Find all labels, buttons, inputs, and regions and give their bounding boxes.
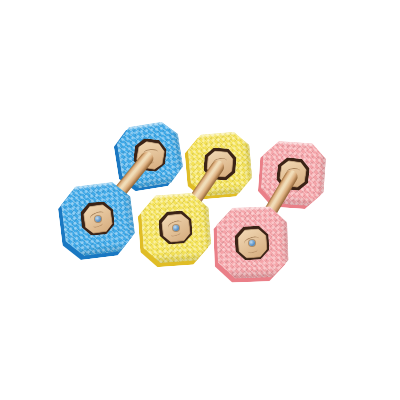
product-photo-stage: [0, 0, 400, 400]
dumbbell-pink: [0, 0, 400, 400]
pink-screw: [249, 240, 255, 246]
